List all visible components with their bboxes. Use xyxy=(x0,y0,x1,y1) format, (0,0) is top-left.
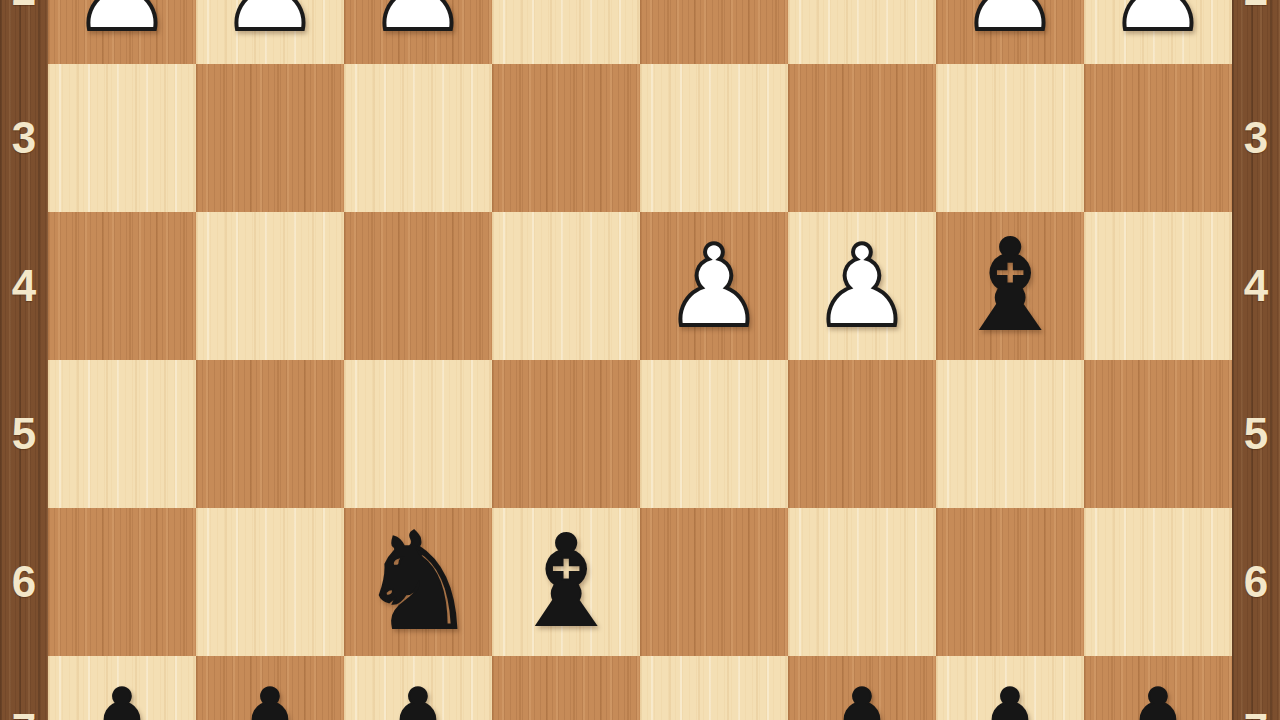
square-a5[interactable] xyxy=(1084,360,1232,508)
square-e5[interactable] xyxy=(492,360,640,508)
square-d5[interactable] xyxy=(640,360,788,508)
board-left-border: 2 3 4 5 6 7 xyxy=(0,0,48,720)
square-d7[interactable] xyxy=(640,656,788,720)
square-e3[interactable] xyxy=(492,64,640,212)
square-g3[interactable] xyxy=(196,64,344,212)
square-f5[interactable] xyxy=(344,360,492,508)
square-g7[interactable]: ♟ xyxy=(196,656,344,720)
square-a3[interactable] xyxy=(1084,64,1232,212)
square-f6[interactable]: ♞ xyxy=(344,508,492,656)
square-e6[interactable]: ♝ xyxy=(492,508,640,656)
square-h7[interactable]: ♟ xyxy=(48,656,196,720)
piece-white-pawn: ♟ xyxy=(788,212,936,360)
square-e2[interactable] xyxy=(492,0,640,64)
rank-label-5: 5 xyxy=(1232,409,1280,459)
square-f4[interactable] xyxy=(344,212,492,360)
rank-label-3: 3 xyxy=(1232,113,1280,163)
square-a4[interactable] xyxy=(1084,212,1232,360)
rank-label-2: 2 xyxy=(1232,0,1280,15)
square-c7[interactable]: ♟ xyxy=(788,656,936,720)
square-b5[interactable] xyxy=(936,360,1084,508)
rank-label-6: 6 xyxy=(0,557,48,607)
square-d2[interactable] xyxy=(640,0,788,64)
square-c5[interactable] xyxy=(788,360,936,508)
piece-black-knight: ♞ xyxy=(344,508,492,656)
square-g4[interactable] xyxy=(196,212,344,360)
square-h5[interactable] xyxy=(48,360,196,508)
square-a7[interactable]: ♟ xyxy=(1084,656,1232,720)
rank-label-4: 4 xyxy=(0,261,48,311)
square-b7[interactable]: ♟ xyxy=(936,656,1084,720)
square-e7[interactable] xyxy=(492,656,640,720)
square-f2[interactable]: ♟ xyxy=(344,0,492,64)
rank-label-6: 6 xyxy=(1232,557,1280,607)
square-g2[interactable]: ♟ xyxy=(196,0,344,64)
square-b3[interactable] xyxy=(936,64,1084,212)
chess-board: ♟♟♟♟♟♟♟♝♞♝♟♟♟♟♟♟ xyxy=(48,0,1232,720)
rank-label-5: 5 xyxy=(0,409,48,459)
piece-white-pawn: ♟ xyxy=(640,212,788,360)
piece-black-bishop: ♝ xyxy=(936,212,1084,360)
square-c4[interactable]: ♟ xyxy=(788,212,936,360)
square-g6[interactable] xyxy=(196,508,344,656)
piece-black-pawn: ♟ xyxy=(48,656,196,720)
piece-black-pawn: ♟ xyxy=(1084,656,1232,720)
square-c6[interactable] xyxy=(788,508,936,656)
piece-black-pawn: ♟ xyxy=(344,656,492,720)
square-e4[interactable] xyxy=(492,212,640,360)
square-d3[interactable] xyxy=(640,64,788,212)
board-right-border: 2 3 4 5 6 7 xyxy=(1232,0,1280,720)
piece-white-pawn: ♟ xyxy=(196,0,344,64)
square-f7[interactable]: ♟ xyxy=(344,656,492,720)
piece-white-pawn: ♟ xyxy=(344,0,492,64)
piece-black-bishop: ♝ xyxy=(492,508,640,656)
rank-label-4: 4 xyxy=(1232,261,1280,311)
square-b2[interactable]: ♟ xyxy=(936,0,1084,64)
rank-label-3: 3 xyxy=(0,113,48,163)
piece-white-pawn: ♟ xyxy=(936,0,1084,64)
square-d6[interactable] xyxy=(640,508,788,656)
square-h6[interactable] xyxy=(48,508,196,656)
square-f3[interactable] xyxy=(344,64,492,212)
rank-label-7: 7 xyxy=(1232,705,1280,720)
piece-white-pawn: ♟ xyxy=(48,0,196,64)
piece-black-pawn: ♟ xyxy=(196,656,344,720)
square-b6[interactable] xyxy=(936,508,1084,656)
rank-label-7: 7 xyxy=(0,705,48,720)
chess-board-screenshot: ♟♟♟♟♟♟♟♝♞♝♟♟♟♟♟♟ 2 3 4 5 6 7 2 3 4 5 6 7 xyxy=(0,0,1280,720)
square-g5[interactable] xyxy=(196,360,344,508)
square-d4[interactable]: ♟ xyxy=(640,212,788,360)
square-c3[interactable] xyxy=(788,64,936,212)
piece-black-pawn: ♟ xyxy=(788,656,936,720)
square-a6[interactable] xyxy=(1084,508,1232,656)
piece-black-pawn: ♟ xyxy=(936,656,1084,720)
rank-label-2: 2 xyxy=(0,0,48,15)
square-c2[interactable] xyxy=(788,0,936,64)
square-b4[interactable]: ♝ xyxy=(936,212,1084,360)
square-a2[interactable]: ♟ xyxy=(1084,0,1232,64)
square-h3[interactable] xyxy=(48,64,196,212)
square-h2[interactable]: ♟ xyxy=(48,0,196,64)
square-h4[interactable] xyxy=(48,212,196,360)
piece-white-pawn: ♟ xyxy=(1084,0,1232,64)
